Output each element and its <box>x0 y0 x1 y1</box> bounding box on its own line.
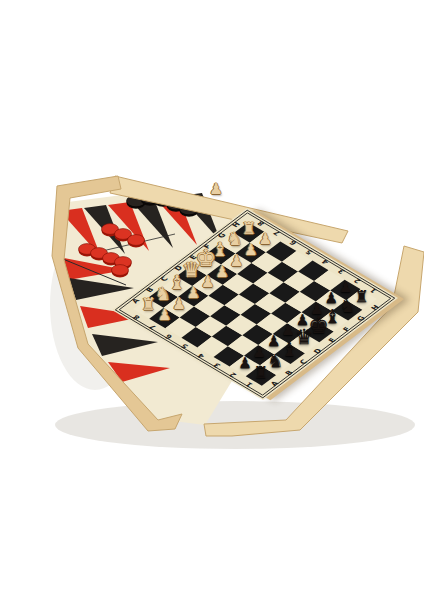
chess-piece-white-pawn-f7[interactable]: ♟ <box>230 254 243 269</box>
chess-piece-black-pawn-d2[interactable]: ♟ <box>281 323 294 338</box>
chess-piece-black-knight-g1[interactable]: ♞ <box>339 297 355 315</box>
chess-piece-white-pawn-g7[interactable]: ♟ <box>244 243 257 258</box>
chess-piece-black-rook-a1[interactable]: ♜ <box>254 365 268 381</box>
chess-piece-black-pawn-b2[interactable]: ♟ <box>253 345 266 360</box>
chess-piece-white-pawn-e7[interactable]: ♟ <box>215 265 228 280</box>
chess-piece-black-rook-h1[interactable]: ♜ <box>354 289 368 305</box>
chess-piece-white-knight-b8[interactable]: ♞ <box>155 285 171 303</box>
backgammon-checker[interactable] <box>128 235 145 246</box>
chess-piece-black-knight-b1[interactable]: ♞ <box>267 352 283 370</box>
chess-piece-white-pawn-a7[interactable]: ♟ <box>158 308 171 323</box>
chess-piece-black-pawn-h2[interactable]: ♟ <box>339 280 352 295</box>
chess-piece-white-rook-h8[interactable]: ♜ <box>242 221 256 237</box>
chess-piece-white-rook-a8[interactable]: ♜ <box>141 297 155 313</box>
chess-piece-black-pawn-c2[interactable]: ♟ <box>267 334 280 349</box>
off-board-white-pawn-on-rim[interactable]: ♟ <box>209 182 222 197</box>
chess-piece-white-pawn-d7[interactable]: ♟ <box>201 275 214 290</box>
backgammon-checker[interactable] <box>112 265 129 276</box>
chess-piece-black-pawn-a2[interactable]: ♟ <box>238 356 251 371</box>
chess-piece-black-pawn-g2[interactable]: ♟ <box>324 291 337 306</box>
chess-piece-black-bishop-c1[interactable]: ♝ <box>281 340 298 359</box>
chess-piece-white-pawn-c7[interactable]: ♟ <box>187 286 200 301</box>
chess-piece-white-knight-g8[interactable]: ♞ <box>227 230 243 248</box>
chess-piece-white-pawn-h7[interactable]: ♟ <box>258 232 271 247</box>
chess-piece-white-bishop-c8[interactable]: ♝ <box>169 273 186 292</box>
chess-piece-white-pawn-b7[interactable]: ♟ <box>172 297 185 312</box>
scene: 88AA77BB66CC55DD44EE33FF22GG11HH ♜♟♞♟♝♟♚… <box>0 0 424 600</box>
